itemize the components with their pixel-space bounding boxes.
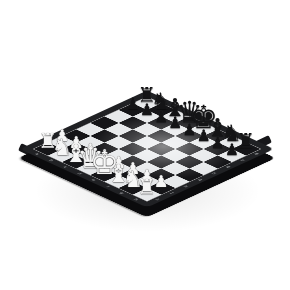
- chess-set-photo: abcdefgh 87654321 ♜♞♝♛♚♝♞♜♟♟♟♟♟♟♟♟♟♟♟♟♟♟…: [0, 0, 290, 290]
